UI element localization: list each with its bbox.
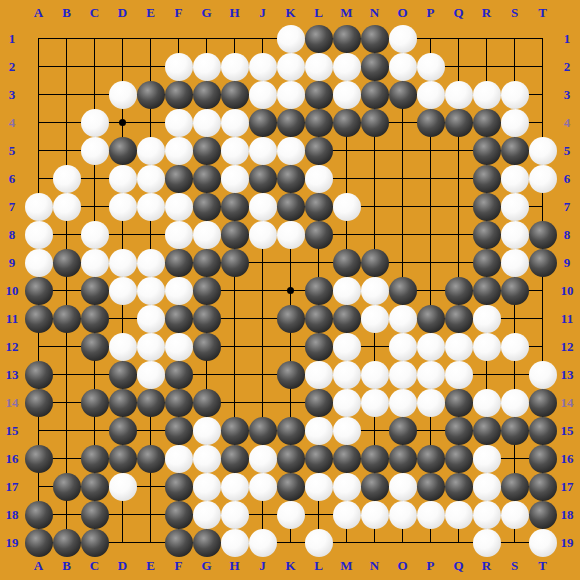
stone-C12	[81, 333, 109, 361]
stone-J7	[249, 193, 277, 221]
stone-L19	[305, 529, 333, 557]
stone-G5	[193, 137, 221, 165]
stone-H9	[221, 249, 249, 277]
stone-D17	[109, 473, 137, 501]
stone-F5	[165, 137, 193, 165]
stone-E5	[137, 137, 165, 165]
coord-left-7: 7	[0, 199, 24, 215]
stone-N17	[361, 473, 389, 501]
stone-G18	[193, 501, 221, 529]
coord-right-17: 17	[555, 479, 579, 495]
stone-A7	[25, 193, 53, 221]
go-board[interactable]: AABBCCDDEEFFGGHHJJKKLLMMNNOOPPQQRRSSTT11…	[0, 0, 580, 580]
stone-F19	[165, 529, 193, 557]
coord-bottom-H: H	[223, 558, 247, 574]
stone-A16	[25, 445, 53, 473]
stone-J17	[249, 473, 277, 501]
stone-G2	[193, 53, 221, 81]
stone-S14	[501, 389, 529, 417]
stone-O16	[389, 445, 417, 473]
stone-H4	[221, 109, 249, 137]
coord-left-11: 11	[0, 311, 24, 327]
stone-R12	[473, 333, 501, 361]
stone-S15	[501, 417, 529, 445]
stone-K6	[277, 165, 305, 193]
coord-top-L: L	[307, 5, 331, 21]
stone-E13	[137, 361, 165, 389]
stone-O17	[389, 473, 417, 501]
coord-left-16: 16	[0, 451, 24, 467]
stone-O10	[389, 277, 417, 305]
stone-G4	[193, 109, 221, 137]
coord-bottom-N: N	[363, 558, 387, 574]
stone-M10	[333, 277, 361, 305]
stone-P13	[417, 361, 445, 389]
stone-B7	[53, 193, 81, 221]
coord-left-19: 19	[0, 535, 24, 551]
star-point-D4	[119, 119, 126, 126]
coord-right-7: 7	[555, 199, 579, 215]
stone-O12	[389, 333, 417, 361]
stone-K18	[277, 501, 305, 529]
stone-M18	[333, 501, 361, 529]
stone-C16	[81, 445, 109, 473]
stone-N16	[361, 445, 389, 473]
stone-F3	[165, 81, 193, 109]
stone-D3	[109, 81, 137, 109]
coord-left-9: 9	[0, 255, 24, 271]
stone-O14	[389, 389, 417, 417]
stone-S18	[501, 501, 529, 529]
stone-B11	[53, 305, 81, 333]
coord-left-13: 13	[0, 367, 24, 383]
stone-P4	[417, 109, 445, 137]
stone-L13	[305, 361, 333, 389]
stone-P17	[417, 473, 445, 501]
stone-L16	[305, 445, 333, 473]
stone-S4	[501, 109, 529, 137]
coord-bottom-K: K	[279, 558, 303, 574]
stone-E11	[137, 305, 165, 333]
stone-M15	[333, 417, 361, 445]
stone-D14	[109, 389, 137, 417]
stone-C17	[81, 473, 109, 501]
stone-M2	[333, 53, 361, 81]
stone-R9	[473, 249, 501, 277]
stone-Q11	[445, 305, 473, 333]
stone-D16	[109, 445, 137, 473]
stone-E7	[137, 193, 165, 221]
coord-right-16: 16	[555, 451, 579, 467]
stone-A10	[25, 277, 53, 305]
stone-E16	[137, 445, 165, 473]
stone-H2	[221, 53, 249, 81]
stone-O13	[389, 361, 417, 389]
stone-F6	[165, 165, 193, 193]
stone-S9	[501, 249, 529, 277]
coord-bottom-D: D	[111, 558, 135, 574]
stone-J15	[249, 417, 277, 445]
stone-F8	[165, 221, 193, 249]
stone-C19	[81, 529, 109, 557]
stone-H18	[221, 501, 249, 529]
coord-top-M: M	[335, 5, 359, 21]
coord-right-11: 11	[555, 311, 579, 327]
stone-H8	[221, 221, 249, 249]
stone-R3	[473, 81, 501, 109]
stone-G12	[193, 333, 221, 361]
stone-K4	[277, 109, 305, 137]
stone-N13	[361, 361, 389, 389]
stone-R6	[473, 165, 501, 193]
stone-F4	[165, 109, 193, 137]
stone-F12	[165, 333, 193, 361]
stone-C14	[81, 389, 109, 417]
stone-S7	[501, 193, 529, 221]
stone-Q10	[445, 277, 473, 305]
stone-D9	[109, 249, 137, 277]
coord-left-4: 4	[0, 115, 24, 131]
coord-right-14: 14	[555, 395, 579, 411]
stone-T16	[529, 445, 557, 473]
stone-P12	[417, 333, 445, 361]
stone-B6	[53, 165, 81, 193]
stone-J19	[249, 529, 277, 557]
stone-P14	[417, 389, 445, 417]
stone-S17	[501, 473, 529, 501]
stone-F16	[165, 445, 193, 473]
stone-E3	[137, 81, 165, 109]
stone-C11	[81, 305, 109, 333]
stone-F11	[165, 305, 193, 333]
coord-right-9: 9	[555, 255, 579, 271]
stone-C8	[81, 221, 109, 249]
stone-R11	[473, 305, 501, 333]
coord-left-14: 14	[0, 395, 24, 411]
coord-bottom-G: G	[195, 558, 219, 574]
stone-F2	[165, 53, 193, 81]
coord-bottom-F: F	[167, 558, 191, 574]
stone-H15	[221, 417, 249, 445]
stone-L17	[305, 473, 333, 501]
stone-R5	[473, 137, 501, 165]
coord-left-6: 6	[0, 171, 24, 187]
stone-E12	[137, 333, 165, 361]
stone-Q15	[445, 417, 473, 445]
stone-F9	[165, 249, 193, 277]
stone-T17	[529, 473, 557, 501]
stone-L8	[305, 221, 333, 249]
stone-F14	[165, 389, 193, 417]
stone-R17	[473, 473, 501, 501]
coord-right-15: 15	[555, 423, 579, 439]
stone-M17	[333, 473, 361, 501]
stone-G8	[193, 221, 221, 249]
stone-H19	[221, 529, 249, 557]
stone-G7	[193, 193, 221, 221]
stone-N2	[361, 53, 389, 81]
stone-A14	[25, 389, 53, 417]
stone-H6	[221, 165, 249, 193]
stone-D5	[109, 137, 137, 165]
stone-M4	[333, 109, 361, 137]
stone-D10	[109, 277, 137, 305]
stone-J2	[249, 53, 277, 81]
stone-J6	[249, 165, 277, 193]
coord-right-4: 4	[555, 115, 579, 131]
stone-K13	[277, 361, 305, 389]
coord-right-19: 19	[555, 535, 579, 551]
stone-E10	[137, 277, 165, 305]
coord-bottom-A: A	[27, 558, 51, 574]
stone-H7	[221, 193, 249, 221]
stone-R10	[473, 277, 501, 305]
coord-top-F: F	[167, 5, 191, 21]
stone-H16	[221, 445, 249, 473]
stone-K5	[277, 137, 305, 165]
stone-O15	[389, 417, 417, 445]
stone-T9	[529, 249, 557, 277]
stone-L6	[305, 165, 333, 193]
stone-T15	[529, 417, 557, 445]
stone-H17	[221, 473, 249, 501]
stone-E6	[137, 165, 165, 193]
coord-top-C: C	[83, 5, 107, 21]
coord-top-S: S	[503, 5, 527, 21]
coord-bottom-R: R	[475, 558, 499, 574]
coord-left-1: 1	[0, 31, 24, 47]
stone-N14	[361, 389, 389, 417]
stone-T13	[529, 361, 557, 389]
coord-left-3: 3	[0, 87, 24, 103]
coord-top-P: P	[419, 5, 443, 21]
stone-K1	[277, 25, 305, 53]
stone-J3	[249, 81, 277, 109]
coord-left-12: 12	[0, 339, 24, 355]
stone-D12	[109, 333, 137, 361]
stone-B9	[53, 249, 81, 277]
stone-J16	[249, 445, 277, 473]
stone-R18	[473, 501, 501, 529]
stone-S12	[501, 333, 529, 361]
stone-M16	[333, 445, 361, 473]
stone-R4	[473, 109, 501, 137]
coord-bottom-L: L	[307, 558, 331, 574]
coord-top-B: B	[55, 5, 79, 21]
stone-S6	[501, 165, 529, 193]
stone-K11	[277, 305, 305, 333]
stone-L2	[305, 53, 333, 81]
stone-C4	[81, 109, 109, 137]
star-point-K10	[287, 287, 294, 294]
stone-N18	[361, 501, 389, 529]
stone-Q14	[445, 389, 473, 417]
coord-top-K: K	[279, 5, 303, 21]
stone-T8	[529, 221, 557, 249]
coord-left-5: 5	[0, 143, 24, 159]
stone-G15	[193, 417, 221, 445]
stone-D15	[109, 417, 137, 445]
stone-B19	[53, 529, 81, 557]
coord-right-6: 6	[555, 171, 579, 187]
coord-bottom-O: O	[391, 558, 415, 574]
stone-P18	[417, 501, 445, 529]
stone-S10	[501, 277, 529, 305]
stone-K15	[277, 417, 305, 445]
stone-L3	[305, 81, 333, 109]
stone-G17	[193, 473, 221, 501]
coord-top-J: J	[251, 5, 275, 21]
stone-M12	[333, 333, 361, 361]
stone-F13	[165, 361, 193, 389]
stone-C10	[81, 277, 109, 305]
stone-F15	[165, 417, 193, 445]
stone-T6	[529, 165, 557, 193]
coord-top-Q: Q	[447, 5, 471, 21]
stone-G6	[193, 165, 221, 193]
stone-G16	[193, 445, 221, 473]
coord-top-D: D	[111, 5, 135, 21]
coord-top-H: H	[223, 5, 247, 21]
stone-L7	[305, 193, 333, 221]
stone-K16	[277, 445, 305, 473]
stone-H5	[221, 137, 249, 165]
stone-J5	[249, 137, 277, 165]
stone-O18	[389, 501, 417, 529]
stone-K7	[277, 193, 305, 221]
coord-bottom-T: T	[531, 558, 555, 574]
stone-F10	[165, 277, 193, 305]
stone-A19	[25, 529, 53, 557]
stone-A8	[25, 221, 53, 249]
coord-left-10: 10	[0, 283, 24, 299]
coord-top-E: E	[139, 5, 163, 21]
stone-G19	[193, 529, 221, 557]
stone-G10	[193, 277, 221, 305]
stone-Q13	[445, 361, 473, 389]
stone-M13	[333, 361, 361, 389]
stone-A13	[25, 361, 53, 389]
stone-L14	[305, 389, 333, 417]
stone-E14	[137, 389, 165, 417]
stone-O2	[389, 53, 417, 81]
coord-left-2: 2	[0, 59, 24, 75]
stone-T5	[529, 137, 557, 165]
stone-Q18	[445, 501, 473, 529]
stone-L11	[305, 305, 333, 333]
stone-L4	[305, 109, 333, 137]
coord-bottom-J: J	[251, 558, 275, 574]
stone-K2	[277, 53, 305, 81]
stone-A9	[25, 249, 53, 277]
stone-M9	[333, 249, 361, 277]
stone-R8	[473, 221, 501, 249]
stone-A18	[25, 501, 53, 529]
stone-P16	[417, 445, 445, 473]
stone-J4	[249, 109, 277, 137]
stone-E9	[137, 249, 165, 277]
coord-top-N: N	[363, 5, 387, 21]
stone-F17	[165, 473, 193, 501]
stone-P3	[417, 81, 445, 109]
coord-right-2: 2	[555, 59, 579, 75]
coord-right-5: 5	[555, 143, 579, 159]
stone-L10	[305, 277, 333, 305]
coord-left-18: 18	[0, 507, 24, 523]
stone-N10	[361, 277, 389, 305]
stone-L12	[305, 333, 333, 361]
stone-M1	[333, 25, 361, 53]
stone-L5	[305, 137, 333, 165]
coord-right-12: 12	[555, 339, 579, 355]
stone-A11	[25, 305, 53, 333]
stone-S3	[501, 81, 529, 109]
stone-C18	[81, 501, 109, 529]
coord-bottom-S: S	[503, 558, 527, 574]
coord-bottom-B: B	[55, 558, 79, 574]
stone-R7	[473, 193, 501, 221]
stone-N3	[361, 81, 389, 109]
coord-right-13: 13	[555, 367, 579, 383]
coord-top-T: T	[531, 5, 555, 21]
coord-bottom-E: E	[139, 558, 163, 574]
stone-N1	[361, 25, 389, 53]
stone-P2	[417, 53, 445, 81]
coord-top-R: R	[475, 5, 499, 21]
coord-bottom-P: P	[419, 558, 443, 574]
coord-top-G: G	[195, 5, 219, 21]
coord-bottom-C: C	[83, 558, 107, 574]
stone-Q12	[445, 333, 473, 361]
coord-right-18: 18	[555, 507, 579, 523]
stone-D7	[109, 193, 137, 221]
stone-M11	[333, 305, 361, 333]
stone-S5	[501, 137, 529, 165]
stone-H3	[221, 81, 249, 109]
coord-bottom-Q: Q	[447, 558, 471, 574]
stone-G3	[193, 81, 221, 109]
coord-left-15: 15	[0, 423, 24, 439]
stone-L15	[305, 417, 333, 445]
stone-R19	[473, 529, 501, 557]
stone-P11	[417, 305, 445, 333]
stone-O3	[389, 81, 417, 109]
stone-O1	[389, 25, 417, 53]
coord-top-A: A	[27, 5, 51, 21]
coord-right-10: 10	[555, 283, 579, 299]
stone-J8	[249, 221, 277, 249]
stone-C5	[81, 137, 109, 165]
stone-R14	[473, 389, 501, 417]
coord-right-8: 8	[555, 227, 579, 243]
stone-G11	[193, 305, 221, 333]
stone-G14	[193, 389, 221, 417]
stone-T19	[529, 529, 557, 557]
stone-K17	[277, 473, 305, 501]
stone-B17	[53, 473, 81, 501]
coord-bottom-M: M	[335, 558, 359, 574]
stone-T18	[529, 501, 557, 529]
stone-Q16	[445, 445, 473, 473]
stone-C9	[81, 249, 109, 277]
coord-left-17: 17	[0, 479, 24, 495]
coord-left-8: 8	[0, 227, 24, 243]
stone-O11	[389, 305, 417, 333]
coord-top-O: O	[391, 5, 415, 21]
stone-S8	[501, 221, 529, 249]
stone-D13	[109, 361, 137, 389]
stone-K3	[277, 81, 305, 109]
